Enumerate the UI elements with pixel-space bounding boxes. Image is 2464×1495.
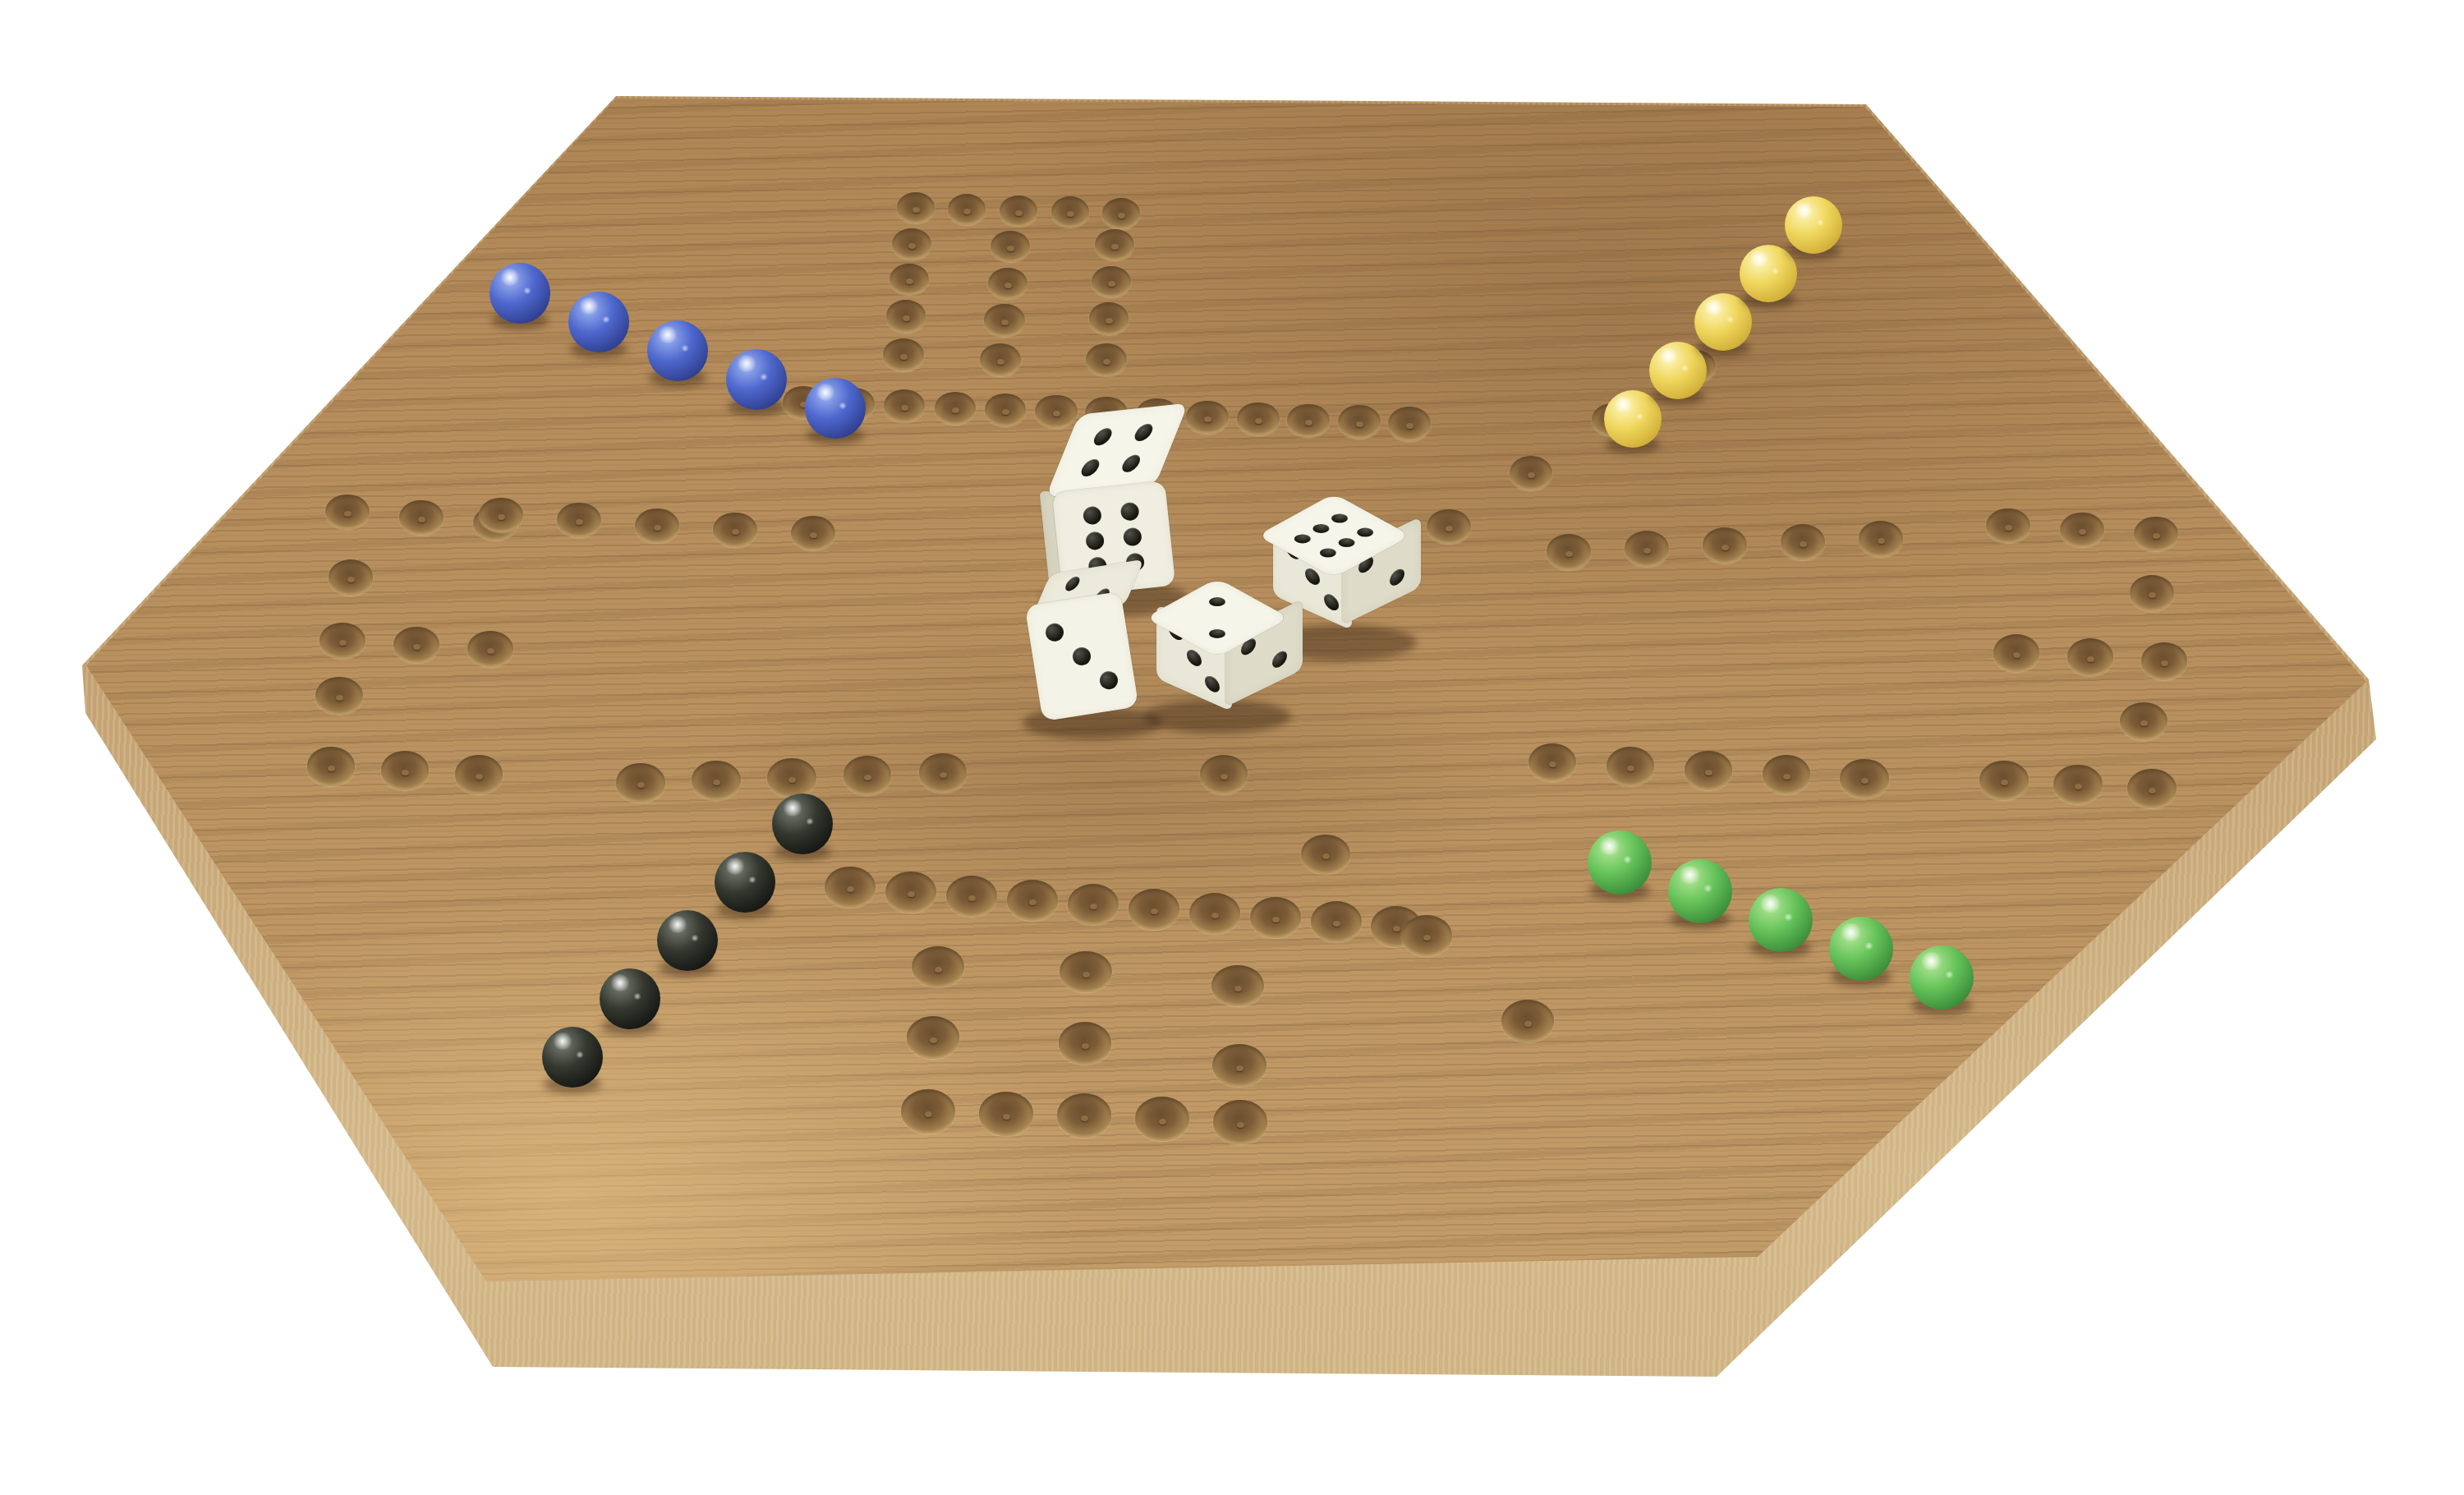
- hole-drill-point: [1236, 1065, 1243, 1071]
- hole-drill-point: [1111, 244, 1119, 250]
- die-3-pip: [1206, 628, 1229, 641]
- marble-black-3[interactable]: [657, 910, 718, 971]
- board-hole-base_bottom-5[interactable]: [1213, 1100, 1268, 1143]
- board-hole-corner_right-9[interactable]: [1979, 761, 2028, 799]
- marble-blue-2[interactable]: [568, 292, 629, 352]
- hole-drill-point: [952, 407, 959, 413]
- die-3-pip: [1187, 647, 1202, 669]
- hole-drill-point: [1722, 545, 1729, 550]
- hole-drill-point: [900, 354, 908, 360]
- hole-drill-point: [413, 644, 421, 650]
- board-hole-home_columns_bottom-6[interactable]: [1212, 1044, 1266, 1087]
- hole-drill-point: [810, 532, 817, 538]
- board-hole-track_row_upper-9[interactable]: [1186, 401, 1228, 435]
- hole-drill-point: [913, 207, 920, 213]
- marble-black-5[interactable]: [772, 793, 833, 854]
- hole-drill-point: [1255, 418, 1262, 424]
- board-hole-track_row_lower-5[interactable]: [1068, 884, 1119, 924]
- die-1-pip: [1123, 527, 1142, 546]
- board-hole-track_bottom_left-5[interactable]: [919, 753, 968, 792]
- marble-highlight: [1678, 866, 1701, 884]
- board-hole-corner_right-4[interactable]: [2130, 575, 2175, 611]
- board-hole-corner_left-6[interactable]: [393, 627, 439, 664]
- board-hole-base_top-4[interactable]: [1051, 196, 1090, 227]
- board-hole-corner_right-6[interactable]: [2067, 638, 2113, 675]
- marble-green-4[interactable]: [1829, 917, 1893, 981]
- board-hole-track_diag_bottom_right-3[interactable]: [1401, 915, 1453, 956]
- board-hole-home_columns_top-9[interactable]: [1095, 229, 1133, 260]
- marble-blue-5[interactable]: [805, 378, 866, 439]
- hole-drill-point: [788, 777, 796, 783]
- hole-drill-point: [1108, 281, 1115, 287]
- hole-drill-point: [498, 514, 505, 520]
- hole-drill-point: [402, 770, 409, 775]
- hole-drill-point: [1083, 972, 1090, 977]
- board-hole-track_diag_bottom_right-1[interactable]: [1200, 755, 1248, 793]
- die-4-pip: [1063, 575, 1082, 591]
- hole-drill-point: [2075, 784, 2082, 789]
- board-hole-track_diag_top_right-2[interactable]: [1510, 456, 1552, 490]
- hole-drill-point: [418, 517, 425, 522]
- hole-drill-point: [336, 695, 343, 701]
- die-2-pip: [1324, 591, 1339, 613]
- hole-drill-point: [1393, 926, 1400, 931]
- board-hole-home_columns_top-4[interactable]: [883, 338, 924, 371]
- marble-highlight-small: [748, 876, 756, 883]
- marble-highlight-small: [1681, 365, 1689, 371]
- hole-drill-point: [344, 511, 352, 517]
- marble-highlight-small: [839, 402, 847, 409]
- hole-drill-point: [1151, 908, 1158, 914]
- hole-drill-point: [487, 648, 494, 654]
- marble-black-1[interactable]: [542, 1027, 603, 1088]
- marble-highlight: [1613, 396, 1634, 412]
- die-3-pip: [1205, 673, 1220, 694]
- hole-drill-point: [2140, 720, 2148, 726]
- marble-highlight: [667, 916, 689, 933]
- board-hole-track_bottom_right-4[interactable]: [1763, 755, 1811, 793]
- marble-green-2[interactable]: [1668, 859, 1732, 923]
- hole-drill-point: [1643, 548, 1651, 554]
- board-hole-track_top_left-4[interactable]: [713, 513, 757, 548]
- marble-highlight: [609, 974, 632, 991]
- marble-highlight: [1749, 251, 1769, 267]
- die-1-pip: [1120, 502, 1140, 522]
- board-hole-home_columns_bottom-3[interactable]: [1060, 951, 1111, 993]
- marble-yellow-5[interactable]: [1785, 196, 1842, 254]
- hole-drill-point: [576, 519, 583, 525]
- marble-highlight-small: [1945, 971, 1954, 978]
- hole-drill-point: [2149, 592, 2156, 598]
- hole-drill-point: [906, 278, 913, 284]
- hole-drill-point: [1106, 318, 1113, 324]
- hole-drill-point: [997, 359, 1004, 365]
- marble-highlight: [724, 858, 747, 875]
- board-hole-track_row_upper-6[interactable]: [1035, 395, 1077, 429]
- hole-drill-point: [1705, 770, 1712, 775]
- marble-blue-4[interactable]: [726, 349, 787, 410]
- hole-drill-point: [1204, 416, 1211, 422]
- marble-highlight: [1919, 952, 1942, 970]
- marble-highlight-small: [760, 374, 768, 380]
- board-hole-corner_right-1[interactable]: [1986, 508, 2030, 544]
- board-hole-track_row_upper-11[interactable]: [1287, 404, 1329, 438]
- hole-drill-point: [908, 243, 916, 249]
- die-1-pip: [1078, 458, 1101, 477]
- hole-drill-point: [1861, 778, 1869, 784]
- board-hole-track_top_right-5[interactable]: [1859, 521, 1903, 556]
- hole-drill-point: [847, 886, 854, 892]
- board-hole-track_bottom_left-4[interactable]: [844, 756, 892, 794]
- hole-drill-point: [1211, 913, 1219, 918]
- die-3-pip: [1272, 649, 1287, 671]
- marble-highlight: [1758, 895, 1781, 913]
- hole-drill-point: [1565, 551, 1573, 557]
- hole-drill-point: [2079, 529, 2086, 535]
- board-hole-home_columns_top-2[interactable]: [890, 264, 929, 295]
- board-hole-track_row_lower-2[interactable]: [885, 872, 936, 912]
- hole-drill-point: [963, 209, 971, 214]
- marble-black-4[interactable]: [715, 852, 775, 913]
- board-hole-base_bottom-4[interactable]: [1135, 1097, 1190, 1140]
- board-hole-home_columns_bottom-2[interactable]: [907, 1016, 960, 1059]
- board-hole-corner_left-11[interactable]: [455, 755, 503, 793]
- hole-drill-point: [328, 766, 335, 771]
- marble-blue-3[interactable]: [647, 320, 708, 381]
- hole-drill-point: [1234, 986, 1242, 991]
- marble-highlight-small: [576, 1051, 584, 1058]
- marble-green-5[interactable]: [1910, 945, 1974, 1010]
- hole-drill-point: [930, 1037, 937, 1043]
- board-hole-corner_left-2[interactable]: [399, 500, 443, 536]
- board-hole-track_bottom_left-2[interactable]: [692, 761, 740, 799]
- board-hole-corner_left-4[interactable]: [329, 559, 374, 596]
- board-hole-track_top_right-2[interactable]: [1625, 531, 1669, 566]
- board-hole-corner_left-5[interactable]: [319, 623, 365, 660]
- hole-drill-point: [339, 640, 347, 646]
- marble-highlight: [657, 326, 679, 343]
- board-hole-track_bottom_right-3[interactable]: [1685, 751, 1733, 789]
- board-hole-base_top-1[interactable]: [897, 192, 935, 223]
- hole-drill-point: [1356, 421, 1363, 427]
- marble-black-2[interactable]: [600, 968, 660, 1029]
- marble-highlight-small: [1864, 942, 1873, 950]
- board-hole-base_top-2[interactable]: [948, 194, 986, 224]
- hole-drill-point: [1118, 213, 1125, 218]
- marble-highlight-small: [1623, 856, 1632, 863]
- board-hole-home_columns_top-7[interactable]: [984, 304, 1024, 336]
- marble-highlight: [552, 1033, 574, 1050]
- board-hole-corner_right-2[interactable]: [2060, 513, 2104, 548]
- hole-drill-point: [1333, 921, 1340, 927]
- die-1-pip: [1085, 531, 1105, 550]
- marble-highlight-small: [1703, 885, 1712, 892]
- hole-drill-point: [925, 1111, 932, 1117]
- hole-drill-point: [864, 775, 871, 780]
- hole-drill-point: [2161, 660, 2168, 666]
- hole-drill-point: [1272, 917, 1280, 922]
- board-hole-base_bottom-3[interactable]: [1057, 1093, 1111, 1137]
- hole-drill-point: [476, 774, 483, 780]
- board-hole-track_top_right-1[interactable]: [1547, 534, 1591, 569]
- hole-drill-point: [2153, 533, 2160, 539]
- board-hole-track_top_left-3[interactable]: [635, 508, 679, 544]
- marble-highlight-small: [1726, 316, 1735, 323]
- marble-blue-1[interactable]: [490, 263, 550, 324]
- board-hole-home_columns_bottom-5[interactable]: [1211, 965, 1264, 1007]
- hole-drill-point: [1082, 1043, 1089, 1049]
- board-hole-base_top-3[interactable]: [1000, 195, 1038, 226]
- board-hole-base_bottom-2[interactable]: [979, 1092, 1033, 1135]
- board-hole-track_row_lower-4[interactable]: [1007, 880, 1058, 920]
- board-hole-home_columns_top-1[interactable]: [892, 228, 931, 260]
- hole-drill-point: [1237, 1122, 1244, 1128]
- hole-drill-point: [1305, 420, 1312, 425]
- board-hole-corner_left-8[interactable]: [315, 677, 362, 715]
- die-2-pip: [1335, 536, 1358, 550]
- board-hole-track_top_left-1[interactable]: [479, 498, 522, 533]
- marble-highlight: [1597, 837, 1620, 855]
- hole-drill-point: [1053, 411, 1060, 416]
- die-2-pip: [1309, 522, 1332, 535]
- hole-drill-point: [1800, 541, 1807, 547]
- board-hole-home_columns_top-11[interactable]: [1089, 302, 1129, 334]
- marble-highlight-small: [691, 935, 699, 941]
- marble-highlight: [1703, 299, 1724, 315]
- hole-drill-point: [1627, 766, 1634, 771]
- hole-drill-point: [1406, 423, 1414, 429]
- hole-drill-point: [1103, 359, 1110, 365]
- marble-highlight-small: [681, 345, 689, 352]
- die-4-pip: [1099, 670, 1119, 691]
- board-hole-track_row_lower-8[interactable]: [1250, 897, 1301, 938]
- board-hole-home_columns_bottom-4[interactable]: [1059, 1022, 1112, 1065]
- hole-drill-point: [1322, 853, 1330, 859]
- board-hole-corner_right-3[interactable]: [2134, 517, 2178, 552]
- die-4-pip: [1071, 646, 1092, 666]
- marble-highlight-small: [602, 316, 610, 323]
- hole-drill-point: [2149, 788, 2156, 793]
- die-2-pip: [1317, 546, 1340, 559]
- hole-drill-point: [1221, 774, 1228, 780]
- hole-drill-point: [1081, 1115, 1088, 1121]
- marble-highlight: [578, 297, 600, 315]
- hole-drill-point: [2087, 656, 2094, 662]
- board-hole-track_row_lower-7[interactable]: [1189, 893, 1240, 934]
- hole-drill-point: [1067, 211, 1074, 217]
- hole-drill-point: [908, 891, 915, 897]
- board-hole-track_row_lower-9[interactable]: [1311, 901, 1362, 942]
- board-hole-track_row_lower-3[interactable]: [946, 876, 997, 916]
- hole-drill-point: [1549, 761, 1556, 767]
- hole-drill-point: [935, 967, 942, 973]
- marble-green-3[interactable]: [1749, 888, 1813, 952]
- board-hole-track_top_left-2[interactable]: [557, 503, 600, 538]
- hole-drill-point: [1004, 283, 1012, 288]
- marble-highlight-small: [1636, 413, 1644, 420]
- board-hole-track_bottom_left-1[interactable]: [616, 763, 664, 802]
- hole-drill-point: [1528, 472, 1535, 478]
- board-hole-home_columns_bottom-1[interactable]: [912, 946, 963, 988]
- hole-drill-point: [732, 529, 739, 535]
- hole-drill-point: [1015, 210, 1023, 216]
- hole-drill-point: [901, 405, 908, 411]
- board-hole-track_row_upper-13[interactable]: [1388, 407, 1430, 440]
- marble-highlight: [1794, 202, 1814, 218]
- marble-highlight: [499, 269, 522, 286]
- hole-drill-point: [940, 772, 947, 778]
- marble-highlight-small: [1772, 268, 1780, 274]
- die-1-pip: [1119, 454, 1142, 473]
- board-hole-home_columns_top-12[interactable]: [1086, 343, 1127, 376]
- hole-drill-point: [1003, 1114, 1010, 1120]
- die-1-pip: [1091, 427, 1114, 446]
- board-hole-corner_right-7[interactable]: [2141, 642, 2187, 679]
- marble-highlight: [1839, 923, 1862, 941]
- marble-highlight-small: [1817, 219, 1825, 226]
- die-1-pip: [1133, 423, 1156, 442]
- hole-drill-point: [903, 315, 910, 321]
- board-hole-track_row_lower-6[interactable]: [1129, 889, 1179, 930]
- marble-highlight: [1658, 347, 1679, 364]
- board-hole-home_columns_top-6[interactable]: [988, 268, 1027, 300]
- hole-drill-point: [713, 780, 720, 785]
- board-hole-track_bottom_right-5[interactable]: [1840, 759, 1888, 798]
- hole-drill-point: [2013, 652, 2020, 658]
- hole-drill-point: [2005, 525, 2012, 531]
- board-hole-corner_left-1[interactable]: [325, 494, 369, 530]
- hole-drill-point: [1783, 774, 1791, 780]
- board-hole-track_bottom_left-3[interactable]: [767, 758, 816, 797]
- marble-highlight-small: [806, 818, 814, 825]
- die-4-face-front[interactable]: [1025, 591, 1139, 722]
- hole-drill-point: [637, 782, 645, 788]
- board-hole-track_top_right-3[interactable]: [1703, 527, 1747, 563]
- board-hole-corner_left-10[interactable]: [381, 751, 430, 789]
- board-hole-home_columns_top-10[interactable]: [1092, 266, 1131, 298]
- hole-drill-point: [347, 577, 355, 582]
- board-hole-track_diag_top_right-1[interactable]: [1427, 509, 1471, 545]
- hole-drill-point: [654, 525, 661, 531]
- hole-drill-point: [1878, 538, 1885, 544]
- die-1-pip: [1082, 506, 1101, 526]
- hole-drill-point: [1446, 526, 1453, 531]
- hole-drill-point: [1090, 904, 1097, 909]
- board-hole-corner_right-8[interactable]: [2120, 702, 2167, 740]
- die-2-pip: [1354, 527, 1377, 540]
- board-hole-track_top_left-5[interactable]: [791, 516, 835, 551]
- board-hole-corner_right-11[interactable]: [2127, 769, 2176, 807]
- hole-drill-point: [1029, 899, 1037, 905]
- board-hole-base_bottom-1[interactable]: [901, 1089, 955, 1133]
- hole-drill-point: [1524, 1021, 1532, 1027]
- board-hole-corner_right-10[interactable]: [2053, 765, 2102, 803]
- marble-highlight-small: [523, 287, 531, 294]
- marble-highlight-small: [633, 993, 641, 1000]
- marble-green-1[interactable]: [1588, 830, 1652, 895]
- aggravation-board-photo: [0, 0, 2464, 1495]
- die-2-pip: [1390, 566, 1404, 588]
- die-2-pip: [1291, 532, 1314, 545]
- hole-drill-point: [1159, 1119, 1166, 1125]
- board-hole-home_columns_top-5[interactable]: [991, 231, 1029, 262]
- die-2-pip: [1327, 512, 1350, 525]
- die-3-pip: [1206, 596, 1229, 609]
- board-hole-home_columns_top-3[interactable]: [886, 300, 926, 332]
- marble-highlight: [736, 355, 758, 372]
- board-hole-corner_right-5[interactable]: [1993, 634, 2039, 671]
- board-hole-corner_left-7[interactable]: [467, 631, 513, 668]
- hole-drill-point: [1001, 320, 1009, 325]
- marble-highlight-small: [1784, 913, 1793, 921]
- marble-highlight: [782, 799, 804, 816]
- hole-drill-point: [1002, 409, 1009, 415]
- board-hole-track_row_lower-1[interactable]: [825, 867, 875, 907]
- board-hole-track_diag_bottom_right-4[interactable]: [1501, 1000, 1554, 1042]
- hole-drill-point: [1007, 246, 1014, 251]
- board-hole-home_columns_top-8[interactable]: [980, 343, 1021, 376]
- board-hole-track_top_right-4[interactable]: [1781, 524, 1825, 559]
- board-hole-corner_left-9[interactable]: [307, 747, 356, 785]
- marble-highlight: [815, 384, 837, 401]
- board-hole-base_top-5[interactable]: [1102, 198, 1141, 228]
- board-hole-track_row_upper-10[interactable]: [1237, 402, 1279, 436]
- die-4-pip: [1044, 622, 1064, 642]
- hole-drill-point: [968, 895, 976, 901]
- hole-drill-point: [1423, 935, 1431, 941]
- board-hole-track_row_upper-12[interactable]: [1338, 405, 1380, 439]
- hole-drill-point: [2001, 780, 2008, 785]
- board-hole-track_bottom_right-2[interactable]: [1607, 747, 1655, 785]
